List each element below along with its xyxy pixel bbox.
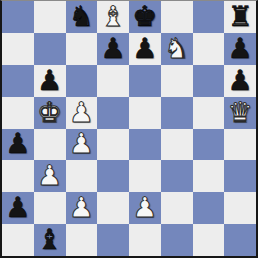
- square-c8[interactable]: ♞: [66, 1, 98, 33]
- square-e4[interactable]: [129, 129, 161, 161]
- black-rook-h8[interactable]: ♜: [228, 1, 253, 33]
- square-b4[interactable]: [34, 129, 66, 161]
- square-c6[interactable]: [66, 65, 98, 97]
- square-g4[interactable]: [193, 129, 225, 161]
- black-pawn-b6[interactable]: ♟: [37, 65, 62, 97]
- black-king-e8[interactable]: ♚: [132, 1, 157, 33]
- square-g7[interactable]: [193, 33, 225, 65]
- square-c3[interactable]: [66, 160, 98, 192]
- square-d5[interactable]: [97, 97, 129, 129]
- square-c2[interactable]: ♟: [66, 192, 98, 224]
- square-f3[interactable]: [161, 160, 193, 192]
- square-d3[interactable]: [97, 160, 129, 192]
- white-pawn-c5[interactable]: ♟: [69, 97, 94, 129]
- black-knight-c8[interactable]: ♞: [69, 1, 94, 33]
- square-b7[interactable]: [34, 33, 66, 65]
- square-g2[interactable]: [193, 192, 225, 224]
- white-pawn-c2[interactable]: ♟: [69, 192, 94, 224]
- square-d1[interactable]: [97, 224, 129, 256]
- square-b6[interactable]: ♟: [34, 65, 66, 97]
- white-pawn-c4[interactable]: ♟: [69, 129, 94, 161]
- square-f1[interactable]: [161, 224, 193, 256]
- square-h3[interactable]: [224, 160, 256, 192]
- square-d8[interactable]: ♝: [97, 1, 129, 33]
- square-f7[interactable]: ♞: [161, 33, 193, 65]
- chess-board: ♞♝♚♜♟♟♞♟♟♟♚♟♛♟♟♟♟♟♟♝: [2, 1, 256, 256]
- square-g8[interactable]: [193, 1, 225, 33]
- square-h5[interactable]: ♛: [224, 97, 256, 129]
- white-pawn-e2[interactable]: ♟: [132, 192, 157, 224]
- black-pawn-h7[interactable]: ♟: [228, 33, 253, 65]
- black-pawn-a4[interactable]: ♟: [5, 129, 30, 161]
- square-b5[interactable]: ♚: [34, 97, 66, 129]
- square-d4[interactable]: [97, 129, 129, 161]
- white-knight-f7[interactable]: ♞: [164, 33, 189, 65]
- square-a5[interactable]: [2, 97, 34, 129]
- square-c4[interactable]: ♟: [66, 129, 98, 161]
- black-pawn-e7[interactable]: ♟: [132, 33, 157, 65]
- square-h1[interactable]: [224, 224, 256, 256]
- square-h2[interactable]: [224, 192, 256, 224]
- square-f4[interactable]: [161, 129, 193, 161]
- square-b3[interactable]: ♟: [34, 160, 66, 192]
- square-e3[interactable]: [129, 160, 161, 192]
- square-a1[interactable]: [2, 224, 34, 256]
- black-bishop-b1[interactable]: ♝: [37, 224, 62, 256]
- square-a3[interactable]: [2, 160, 34, 192]
- square-d7[interactable]: ♟: [97, 33, 129, 65]
- square-e6[interactable]: [129, 65, 161, 97]
- square-g3[interactable]: [193, 160, 225, 192]
- square-e5[interactable]: [129, 97, 161, 129]
- chess-board-frame: ♞♝♚♜♟♟♞♟♟♟♚♟♛♟♟♟♟♟♟♝: [0, 0, 258, 258]
- square-a8[interactable]: [2, 1, 34, 33]
- square-g6[interactable]: [193, 65, 225, 97]
- square-g5[interactable]: [193, 97, 225, 129]
- square-d2[interactable]: [97, 192, 129, 224]
- square-h6[interactable]: ♟: [224, 65, 256, 97]
- square-f5[interactable]: [161, 97, 193, 129]
- square-a2[interactable]: ♟: [2, 192, 34, 224]
- square-e2[interactable]: ♟: [129, 192, 161, 224]
- square-f6[interactable]: [161, 65, 193, 97]
- square-f8[interactable]: [161, 1, 193, 33]
- square-a7[interactable]: [2, 33, 34, 65]
- white-pawn-b3[interactable]: ♟: [37, 160, 62, 192]
- black-pawn-h6[interactable]: ♟: [228, 65, 253, 97]
- black-pawn-d7[interactable]: ♟: [101, 33, 126, 65]
- square-e7[interactable]: ♟: [129, 33, 161, 65]
- square-b8[interactable]: [34, 1, 66, 33]
- square-g1[interactable]: [193, 224, 225, 256]
- white-bishop-d8[interactable]: ♝: [101, 1, 126, 33]
- square-d6[interactable]: [97, 65, 129, 97]
- square-h7[interactable]: ♟: [224, 33, 256, 65]
- square-b2[interactable]: [34, 192, 66, 224]
- white-queen-h5[interactable]: ♛: [228, 97, 253, 129]
- square-c5[interactable]: ♟: [66, 97, 98, 129]
- square-h8[interactable]: ♜: [224, 1, 256, 33]
- square-e8[interactable]: ♚: [129, 1, 161, 33]
- square-a6[interactable]: [2, 65, 34, 97]
- square-h4[interactable]: [224, 129, 256, 161]
- square-f2[interactable]: [161, 192, 193, 224]
- square-e1[interactable]: [129, 224, 161, 256]
- square-b1[interactable]: ♝: [34, 224, 66, 256]
- square-c1[interactable]: [66, 224, 98, 256]
- black-pawn-a2[interactable]: ♟: [5, 192, 30, 224]
- square-a4[interactable]: ♟: [2, 129, 34, 161]
- square-c7[interactable]: [66, 33, 98, 65]
- white-king-b5[interactable]: ♚: [37, 97, 62, 129]
